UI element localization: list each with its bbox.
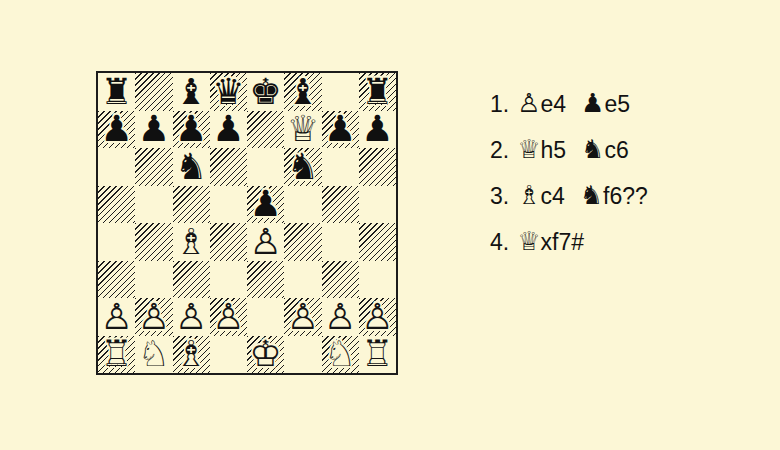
white-move-text: h5 <box>541 137 567 164</box>
square-b4[interactable] <box>135 223 172 261</box>
piece-white-pawn[interactable]: ♟♙ <box>322 298 359 336</box>
piece-white-bishop[interactable]: ♝♗ <box>173 223 210 261</box>
piece-black-pawn[interactable]: ♟ <box>322 111 359 149</box>
piece-white-pawn[interactable]: ♟♙ <box>247 223 284 261</box>
square-h7[interactable]: ♟ <box>359 111 396 149</box>
square-f3[interactable] <box>284 261 321 299</box>
move-line-1: 1. ♙e4 ♟e5 <box>490 81 648 127</box>
move-line-3: 3. ♗c4 ♞f6?? <box>490 173 648 219</box>
piece-black-bishop[interactable]: ♝ <box>173 73 210 111</box>
white-move: ♕h5 <box>517 137 566 164</box>
piece-white-pawn[interactable]: ♟♙ <box>135 298 172 336</box>
black-move-text: f6?? <box>603 183 648 210</box>
square-c6[interactable]: ♞ <box>173 148 210 186</box>
piece-black-pawn[interactable]: ♟ <box>173 111 210 149</box>
square-c1[interactable]: ♝♗ <box>173 336 210 374</box>
move-line-2: 2. ♕h5 ♞c6 <box>490 127 648 173</box>
square-d7[interactable]: ♟ <box>210 111 247 149</box>
black-move-text: e5 <box>604 91 630 118</box>
move-number: 1. <box>490 91 509 118</box>
white-move-text: e4 <box>541 91 567 118</box>
square-a7[interactable]: ♟ <box>98 111 135 149</box>
square-a5[interactable] <box>98 186 135 224</box>
square-f7[interactable]: ♛♕ <box>284 111 321 149</box>
piece-white-pawn[interactable]: ♟♙ <box>98 298 135 336</box>
piece-white-pawn[interactable]: ♟♙ <box>359 298 396 336</box>
square-a6[interactable] <box>98 148 135 186</box>
square-h5[interactable] <box>359 186 396 224</box>
square-f4[interactable] <box>284 223 321 261</box>
move-list: 1. ♙e4 ♟e5 2. ♕h5 ♞c6 3. ♗c4 ♞f6?? 4. ♕x… <box>490 81 648 265</box>
move-number: 4. <box>490 229 509 256</box>
square-a2[interactable]: ♟♙ <box>98 298 135 336</box>
piece-black-pawn[interactable]: ♟ <box>247 186 284 224</box>
square-f6[interactable]: ♞ <box>284 148 321 186</box>
square-b7[interactable]: ♟ <box>135 111 172 149</box>
square-e5[interactable]: ♟ <box>247 186 284 224</box>
square-f2[interactable]: ♟♙ <box>284 298 321 336</box>
black-move: ♟e5 <box>581 91 630 118</box>
square-h1[interactable]: ♜♖ <box>359 336 396 374</box>
square-e1[interactable]: ♚♔ <box>247 336 284 374</box>
square-h3[interactable] <box>359 261 396 299</box>
black-move-text: c6 <box>604 137 628 164</box>
square-b8[interactable] <box>135 73 172 111</box>
piece-white-knight[interactable]: ♞♘ <box>322 336 359 374</box>
piece-white-rook[interactable]: ♜♖ <box>359 336 396 374</box>
square-c3[interactable] <box>173 261 210 299</box>
square-f8[interactable]: ♝ <box>284 73 321 111</box>
piece-white-pawn[interactable]: ♟♙ <box>210 298 247 336</box>
piece-black-queen[interactable]: ♛ <box>210 73 247 111</box>
square-c8[interactable]: ♝ <box>173 73 210 111</box>
piece-black-pawn[interactable]: ♟ <box>135 111 172 149</box>
square-d1[interactable] <box>210 336 247 374</box>
square-h8[interactable]: ♜ <box>359 73 396 111</box>
square-g4[interactable] <box>322 223 359 261</box>
square-e7[interactable] <box>247 111 284 149</box>
square-g2[interactable]: ♟♙ <box>322 298 359 336</box>
piece-white-queen[interactable]: ♛♕ <box>284 111 321 149</box>
square-d8[interactable]: ♛ <box>210 73 247 111</box>
square-h4[interactable] <box>359 223 396 261</box>
square-a4[interactable] <box>98 223 135 261</box>
black-move: ♞f6?? <box>580 183 648 210</box>
square-e2[interactable] <box>247 298 284 336</box>
square-c5[interactable] <box>173 186 210 224</box>
piece-black-knight[interactable]: ♞ <box>173 148 210 186</box>
square-c2[interactable]: ♟♙ <box>173 298 210 336</box>
square-g1[interactable]: ♞♘ <box>322 336 359 374</box>
square-b2[interactable]: ♟♙ <box>135 298 172 336</box>
piece-black-bishop[interactable]: ♝ <box>284 73 321 111</box>
chess-board: ♜♝♛♚♝♜♟♟♟♟♛♕♟♟♞♞♟♝♗♟♙♟♙♟♙♟♙♟♙♟♙♟♙♟♙♜♖♞♘♝… <box>96 71 398 375</box>
square-d6[interactable] <box>210 148 247 186</box>
piece-white-pawn[interactable]: ♟♙ <box>284 298 321 336</box>
piece-white-bishop[interactable]: ♝♗ <box>173 336 210 374</box>
black-pawn-figurine-icon: ♟ <box>581 90 604 116</box>
square-g5[interactable] <box>322 186 359 224</box>
white-move: ♙e4 <box>517 91 566 118</box>
square-e8[interactable]: ♚ <box>247 73 284 111</box>
square-a8[interactable]: ♜ <box>98 73 135 111</box>
piece-black-pawn[interactable]: ♟ <box>359 111 396 149</box>
piece-white-rook[interactable]: ♜♖ <box>98 336 135 374</box>
piece-black-knight[interactable]: ♞ <box>284 148 321 186</box>
square-a3[interactable] <box>98 261 135 299</box>
square-e6[interactable] <box>247 148 284 186</box>
white-queen-figurine-icon: ♕ <box>517 228 540 254</box>
white-move: ♗c4 <box>517 183 565 210</box>
piece-black-rook[interactable]: ♜ <box>359 73 396 111</box>
square-h2[interactable]: ♟♙ <box>359 298 396 336</box>
square-h6[interactable] <box>359 148 396 186</box>
square-f5[interactable] <box>284 186 321 224</box>
piece-black-pawn[interactable]: ♟ <box>98 111 135 149</box>
square-d2[interactable]: ♟♙ <box>210 298 247 336</box>
piece-black-king[interactable]: ♚ <box>247 73 284 111</box>
square-c7[interactable]: ♟ <box>173 111 210 149</box>
square-a1[interactable]: ♜♖ <box>98 336 135 374</box>
white-move-text: xf7# <box>541 229 584 256</box>
move-number: 3. <box>490 183 509 210</box>
square-b6[interactable] <box>135 148 172 186</box>
move-number: 2. <box>490 137 509 164</box>
piece-black-pawn[interactable]: ♟ <box>210 111 247 149</box>
piece-white-pawn[interactable]: ♟♙ <box>173 298 210 336</box>
piece-black-rook[interactable]: ♜ <box>98 73 135 111</box>
square-f1[interactable] <box>284 336 321 374</box>
square-g3[interactable] <box>322 261 359 299</box>
move-line-4: 4. ♕xf7# <box>490 219 648 265</box>
square-b3[interactable] <box>135 261 172 299</box>
square-d5[interactable] <box>210 186 247 224</box>
square-e4[interactable]: ♟♙ <box>247 223 284 261</box>
square-d3[interactable] <box>210 261 247 299</box>
square-b1[interactable]: ♞♘ <box>135 336 172 374</box>
square-g6[interactable] <box>322 148 359 186</box>
square-c4[interactable]: ♝♗ <box>173 223 210 261</box>
square-g8[interactable] <box>322 73 359 111</box>
square-e3[interactable] <box>247 261 284 299</box>
white-pawn-figurine-icon: ♙ <box>517 90 540 116</box>
white-move: ♕xf7# <box>517 229 584 256</box>
page-background: { "game": { "name": "chess", "position":… <box>0 0 780 450</box>
square-g7[interactable]: ♟ <box>322 111 359 149</box>
white-queen-figurine-icon: ♕ <box>517 136 540 162</box>
piece-white-knight[interactable]: ♞♘ <box>135 336 172 374</box>
square-b5[interactable] <box>135 186 172 224</box>
white-move-text: c4 <box>541 183 565 210</box>
black-knight-figurine-icon: ♞ <box>581 136 604 162</box>
white-bishop-figurine-icon: ♗ <box>517 182 540 208</box>
piece-white-king[interactable]: ♚♔ <box>247 336 284 374</box>
square-d4[interactable] <box>210 223 247 261</box>
black-move: ♞c6 <box>581 137 629 164</box>
black-knight-figurine-icon: ♞ <box>580 182 603 208</box>
